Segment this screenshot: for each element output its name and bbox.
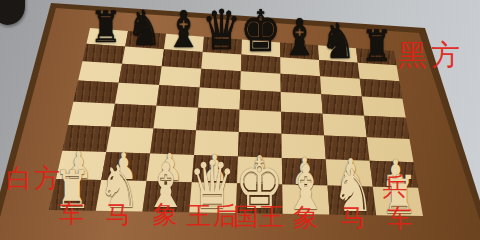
black-side-label: 黑方 (398, 41, 464, 70)
piece-black-rook-h8[interactable]: ♜ (360, 25, 395, 68)
piece-black-rook-a8[interactable]: ♜ (88, 6, 123, 49)
piece-white-king-e1[interactable]: ♚ (232, 150, 287, 219)
piece-white-rook-h1[interactable]: ♜ (379, 169, 421, 221)
piece-black-knight-g8[interactable]: ♞ (319, 17, 358, 66)
piece-white-knight-g1[interactable]: ♞ (329, 162, 376, 220)
piece-black-bishop-c8[interactable]: ♝ (163, 4, 204, 55)
chessboard-photo: ♜♞♝♛♚♝♞♜♟♟♟♟♟♟♟♟♜♞♝♛♚♝♞♜ 黑方 白方 车马象王后国王象马… (0, 0, 480, 240)
piece-white-bishop-f1[interactable]: ♝ (282, 158, 331, 220)
piece-white-bishop-c1[interactable]: ♝ (141, 156, 190, 218)
piece-white-knight-b1[interactable]: ♞ (96, 158, 143, 216)
piece-black-knight-b8[interactable]: ♞ (125, 4, 164, 53)
piece-black-king-e8[interactable]: ♚ (238, 3, 284, 60)
piece-black-bishop-f8[interactable]: ♝ (279, 12, 320, 63)
piece-white-rook-a1[interactable]: ♜ (51, 164, 93, 216)
